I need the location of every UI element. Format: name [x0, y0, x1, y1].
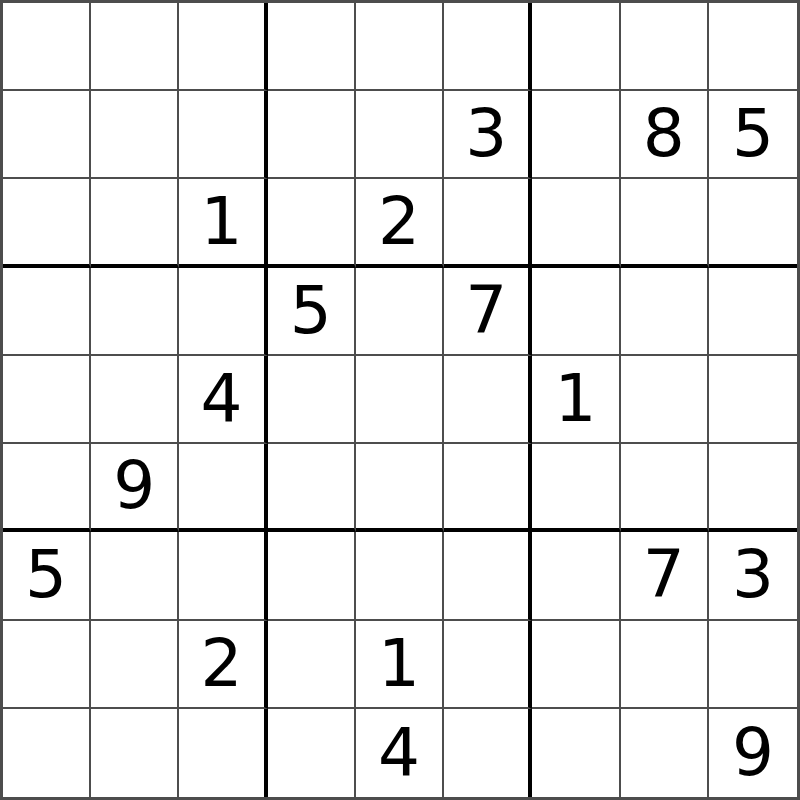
given-digit: 7 — [643, 542, 685, 608]
cell-r4c2[interactable] — [91, 268, 179, 356]
cell-r6c5[interactable] — [356, 444, 444, 532]
cell-r8c9[interactable] — [709, 621, 797, 709]
cell-r6c4[interactable] — [268, 444, 356, 532]
cell-r4c9[interactable] — [709, 268, 797, 356]
cell-r1c4[interactable] — [268, 3, 356, 91]
given-digit: 4 — [378, 720, 420, 786]
cell-r9c7[interactable] — [532, 709, 620, 797]
cell-r9c1[interactable] — [3, 709, 91, 797]
cell-r8c6[interactable] — [444, 621, 532, 709]
cell-r3c5[interactable]: 2 — [356, 179, 444, 267]
cell-r5c8[interactable] — [621, 356, 709, 444]
cell-r3c7[interactable] — [532, 179, 620, 267]
cell-r6c7[interactable] — [532, 444, 620, 532]
cell-r5c7[interactable]: 1 — [532, 356, 620, 444]
cell-r1c6[interactable] — [444, 3, 532, 91]
given-digit: 2 — [201, 631, 243, 697]
cell-r2c7[interactable] — [532, 91, 620, 179]
cell-r8c4[interactable] — [268, 621, 356, 709]
cell-r3c6[interactable] — [444, 179, 532, 267]
cell-r6c8[interactable] — [621, 444, 709, 532]
cell-r1c9[interactable] — [709, 3, 797, 91]
cell-r7c5[interactable] — [356, 532, 444, 620]
cell-r2c9[interactable]: 5 — [709, 91, 797, 179]
cell-r4c6[interactable]: 7 — [444, 268, 532, 356]
cell-r5c4[interactable] — [268, 356, 356, 444]
cell-r1c5[interactable] — [356, 3, 444, 91]
cell-r4c7[interactable] — [532, 268, 620, 356]
cell-r7c1[interactable]: 5 — [3, 532, 91, 620]
cell-r2c5[interactable] — [356, 91, 444, 179]
cell-r8c3[interactable]: 2 — [179, 621, 267, 709]
cell-r7c9[interactable]: 3 — [709, 532, 797, 620]
cell-r1c3[interactable] — [179, 3, 267, 91]
cell-r9c9[interactable]: 9 — [709, 709, 797, 797]
cell-r5c5[interactable] — [356, 356, 444, 444]
given-digit: 3 — [732, 542, 774, 608]
cell-r6c1[interactable] — [3, 444, 91, 532]
cell-r1c1[interactable] — [3, 3, 91, 91]
cell-r6c2[interactable]: 9 — [91, 444, 179, 532]
cell-r7c2[interactable] — [91, 532, 179, 620]
given-digit: 7 — [465, 278, 507, 344]
cell-r5c6[interactable] — [444, 356, 532, 444]
cell-r3c8[interactable] — [621, 179, 709, 267]
given-digit: 9 — [732, 720, 774, 786]
given-digit: 1 — [554, 366, 596, 432]
given-digit: 1 — [201, 189, 243, 255]
cell-r6c9[interactable] — [709, 444, 797, 532]
given-digit: 2 — [378, 189, 420, 255]
cell-r4c1[interactable] — [3, 268, 91, 356]
cell-r8c2[interactable] — [91, 621, 179, 709]
cell-r8c8[interactable] — [621, 621, 709, 709]
cell-r1c2[interactable] — [91, 3, 179, 91]
cell-r2c2[interactable] — [91, 91, 179, 179]
given-digit: 8 — [643, 101, 685, 167]
cell-r4c8[interactable] — [621, 268, 709, 356]
cell-r7c8[interactable]: 7 — [621, 532, 709, 620]
cell-r6c6[interactable] — [444, 444, 532, 532]
cell-r2c6[interactable]: 3 — [444, 91, 532, 179]
cell-r2c1[interactable] — [3, 91, 91, 179]
cell-r9c6[interactable] — [444, 709, 532, 797]
given-digit: 4 — [201, 366, 243, 432]
cell-r4c4[interactable]: 5 — [268, 268, 356, 356]
cell-r3c9[interactable] — [709, 179, 797, 267]
cell-r9c3[interactable] — [179, 709, 267, 797]
cell-r5c1[interactable] — [3, 356, 91, 444]
cell-r2c8[interactable]: 8 — [621, 91, 709, 179]
cell-r5c2[interactable] — [91, 356, 179, 444]
cell-r3c4[interactable] — [268, 179, 356, 267]
sudoku-board: 38512574195732149 — [0, 0, 800, 800]
cell-r8c7[interactable] — [532, 621, 620, 709]
cell-r5c9[interactable] — [709, 356, 797, 444]
cell-r8c5[interactable]: 1 — [356, 621, 444, 709]
cell-r4c3[interactable] — [179, 268, 267, 356]
cell-r3c3[interactable]: 1 — [179, 179, 267, 267]
cell-r1c8[interactable] — [621, 3, 709, 91]
cell-r1c7[interactable] — [532, 3, 620, 91]
cell-r6c3[interactable] — [179, 444, 267, 532]
cell-r8c1[interactable] — [3, 621, 91, 709]
given-digit: 5 — [732, 101, 774, 167]
cell-r9c5[interactable]: 4 — [356, 709, 444, 797]
given-digit: 5 — [290, 278, 332, 344]
cell-r5c3[interactable]: 4 — [179, 356, 267, 444]
cell-r4c5[interactable] — [356, 268, 444, 356]
cell-r9c2[interactable] — [91, 709, 179, 797]
cell-r7c6[interactable] — [444, 532, 532, 620]
given-digit: 5 — [25, 542, 67, 608]
cell-r2c3[interactable] — [179, 91, 267, 179]
cell-r3c2[interactable] — [91, 179, 179, 267]
cell-r7c3[interactable] — [179, 532, 267, 620]
given-digit: 3 — [465, 101, 507, 167]
cell-r9c4[interactable] — [268, 709, 356, 797]
given-digit: 9 — [113, 453, 155, 519]
cell-r9c8[interactable] — [621, 709, 709, 797]
cell-r2c4[interactable] — [268, 91, 356, 179]
given-digit: 1 — [378, 631, 420, 697]
cell-r7c7[interactable] — [532, 532, 620, 620]
cell-r7c4[interactable] — [268, 532, 356, 620]
cell-r3c1[interactable] — [3, 179, 91, 267]
